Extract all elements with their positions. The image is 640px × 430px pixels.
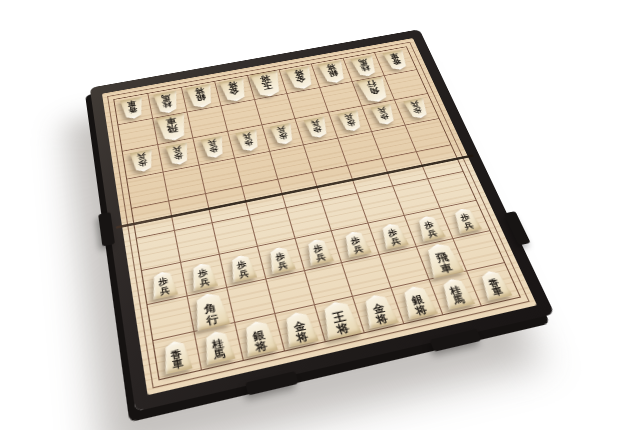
shogi-piece-sente-knight[interactable]: 桂馬: [194, 324, 243, 371]
piece-face: 歩兵: [149, 269, 179, 299]
piece-face: 桂馬: [152, 90, 181, 115]
product-photo-stage: 香車桂馬銀将金将玉将金将銀将桂馬香車飛車角行歩兵歩兵歩兵歩兵歩兵歩兵歩兵歩兵歩兵…: [0, 0, 640, 430]
piece-face: 王将: [317, 298, 363, 341]
piece-face: 金将: [359, 292, 400, 329]
piece-kanji: 行: [205, 313, 219, 327]
piece-face: 桂馬: [200, 329, 236, 366]
piece-face: 歩兵: [269, 123, 297, 146]
piece-kanji: 車: [127, 99, 137, 107]
piece-face: 歩兵: [303, 237, 335, 266]
piece-kanji: 兵: [410, 100, 421, 108]
piece-kanji: 将: [335, 322, 351, 336]
piece-face: 歩兵: [377, 222, 409, 250]
piece-kanji: 車: [491, 286, 505, 297]
piece-face: 銀将: [185, 83, 216, 109]
piece-kanji: 将: [325, 63, 337, 71]
shogi-piece-gote-pawn[interactable]: 歩兵: [157, 138, 198, 172]
piece-kanji: 馬: [213, 348, 226, 361]
shogi-piece-gote-silver[interactable]: 銀将: [181, 81, 221, 112]
piece-kanji: 兵: [199, 277, 210, 287]
piece-face: 歩兵: [414, 214, 447, 242]
piece-kanji: 車: [389, 52, 400, 59]
shogi-piece-gote-pawn[interactable]: 歩兵: [227, 125, 269, 158]
shogi-piece-gote-pawn[interactable]: 歩兵: [122, 144, 163, 179]
piece-kanji: 兵: [159, 285, 170, 296]
piece-kanji: 将: [259, 73, 271, 82]
piece-kanji: 兵: [344, 113, 354, 121]
piece-face: 歩兵: [129, 149, 156, 174]
piece-face: 金将: [284, 66, 316, 91]
piece-face: 歩兵: [450, 206, 483, 233]
piece-face: 歩兵: [337, 110, 366, 133]
piece-face: 香車: [160, 338, 194, 374]
piece-face: 銀将: [398, 284, 439, 321]
piece-face: 香車: [119, 97, 146, 121]
piece-kanji: 兵: [315, 252, 327, 262]
piece-kanji: 兵: [172, 145, 182, 153]
piece-kanji: 兵: [310, 119, 320, 127]
piece-kanji: 兵: [207, 139, 217, 147]
piece-face: 香車: [476, 269, 513, 301]
piece-face: 桂馬: [437, 276, 476, 310]
piece-face: 桂馬: [349, 55, 380, 78]
piece-face: 歩兵: [370, 104, 399, 127]
piece-face: 歩兵: [303, 116, 331, 139]
piece-kanji: 車: [172, 358, 185, 370]
piece-kanji: 兵: [136, 152, 146, 160]
piece-kanji: 兵: [276, 126, 286, 134]
piece-kanji: 兵: [377, 106, 388, 114]
piece-kanji: 馬: [357, 57, 368, 65]
piece-kanji: 将: [414, 304, 429, 317]
board-foot: [98, 212, 115, 246]
piece-kanji: 兵: [242, 132, 252, 140]
piece-face: 銀将: [240, 318, 280, 357]
piece-face: 歩兵: [227, 253, 258, 282]
piece-face: 歩兵: [341, 229, 373, 257]
board-base: 香車桂馬銀将金将玉将金将銀将桂馬香車飛車角行歩兵歩兵歩兵歩兵歩兵歩兵歩兵歩兵歩兵…: [90, 29, 555, 411]
piece-face: 銀将: [316, 60, 349, 85]
board-foot: [245, 371, 298, 395]
piece-kanji: 車: [439, 262, 454, 274]
piece-face: 歩兵: [164, 143, 191, 167]
piece-kanji: 兵: [277, 260, 289, 270]
piece-kanji: 馬: [160, 93, 171, 101]
shogi-piece-gote-gold[interactable]: 金将: [214, 75, 254, 105]
piece-face: 歩兵: [200, 136, 228, 160]
piece-kanji: 将: [227, 80, 238, 89]
piece-face: 金将: [280, 309, 320, 348]
shogi-board: 香車桂馬銀将金将玉将金将銀将桂馬香車飛車角行歩兵歩兵歩兵歩兵歩兵歩兵歩兵歩兵歩兵…: [90, 29, 555, 411]
shogi-piece-sente-lance[interactable]: 香車: [152, 333, 201, 380]
board-foot: [504, 211, 531, 245]
piece-kanji: 将: [292, 68, 303, 76]
piece-face: 歩兵: [265, 245, 296, 274]
piece-kanji: 兵: [426, 229, 438, 239]
piece-kanji: 将: [254, 340, 268, 353]
piece-face: 金将: [218, 77, 250, 103]
board-foot: [430, 329, 482, 352]
pieces-layer: 香車桂馬銀将金将玉将金将銀将桂馬香車飛車角行歩兵歩兵歩兵歩兵歩兵歩兵歩兵歩兵歩兵…: [113, 46, 521, 380]
shogi-piece-sente-silver[interactable]: 銀将: [235, 315, 285, 361]
shogi-piece-sente-pawn[interactable]: 歩兵: [141, 263, 187, 306]
shogi-piece-gote-lance[interactable]: 香車: [113, 93, 152, 125]
piece-face: 玉将: [249, 70, 285, 99]
piece-kanji: 将: [194, 86, 205, 95]
piece-face: 歩兵: [403, 98, 432, 120]
shogi-piece-gote-pawn[interactable]: 歩兵: [193, 131, 235, 165]
piece-kanji: 兵: [390, 236, 402, 246]
piece-face: 香車: [382, 50, 411, 72]
piece-kanji: 兵: [463, 221, 475, 231]
shogi-piece-sente-pawn[interactable]: 歩兵: [219, 247, 266, 288]
piece-kanji: 将: [375, 312, 390, 325]
piece-face: 歩兵: [234, 129, 262, 153]
piece-kanji: 行: [365, 79, 378, 88]
piece-kanji: 馬: [453, 295, 467, 307]
piece-kanji: 車: [165, 116, 177, 126]
piece-kanji: 兵: [353, 244, 365, 254]
shogi-piece-gote-king[interactable]: 玉将: [247, 69, 287, 99]
piece-kanji: 将: [295, 330, 309, 343]
piece-kanji: 兵: [238, 269, 249, 279]
piece-face: 歩兵: [188, 261, 219, 291]
